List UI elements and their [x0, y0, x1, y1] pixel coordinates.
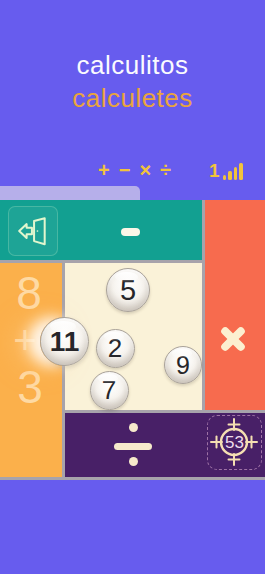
- app-screen: calculitos calculetes + − × ÷ 1: [0, 0, 265, 574]
- subtract-zone[interactable]: [0, 200, 202, 260]
- window-top-strip: [0, 186, 140, 200]
- level-number: 1: [209, 161, 220, 180]
- divide-icon: ÷: [160, 160, 171, 180]
- left-expression-column[interactable]: 8 + 3: [0, 263, 62, 477]
- plus-icon: +: [98, 160, 110, 180]
- operators-legend: + − × ÷: [98, 160, 171, 180]
- left-column-plus: +: [13, 317, 36, 363]
- exit-button[interactable]: [8, 206, 58, 256]
- multiply-zone-icon: [218, 324, 248, 354]
- app-title: calculitos calculetes: [0, 50, 265, 114]
- bubble-5[interactable]: 5: [106, 268, 150, 312]
- divide-zone[interactable]: 53: [65, 413, 265, 477]
- target-badge: 53: [207, 415, 262, 470]
- app-title-line1: calculitos: [0, 50, 265, 81]
- multiply-zone[interactable]: [205, 200, 265, 410]
- left-column-digit-3: 3: [17, 364, 43, 410]
- subtract-zone-dash: [121, 228, 140, 236]
- level-indicator: 1: [209, 161, 243, 180]
- bubble-11-held[interactable]: 11: [40, 317, 89, 366]
- target-number: 53: [208, 416, 261, 469]
- minus-icon: −: [119, 160, 131, 180]
- bubble-7[interactable]: 7: [90, 371, 129, 410]
- multiply-icon: ×: [139, 160, 151, 180]
- exit-door-icon: [16, 214, 50, 248]
- app-title-line2: calculetes: [0, 83, 265, 114]
- bubble-9[interactable]: 9: [164, 346, 202, 384]
- left-column-digit-8: 8: [16, 270, 42, 316]
- signal-bars-icon: [223, 163, 243, 180]
- bubble-2[interactable]: 2: [96, 329, 135, 368]
